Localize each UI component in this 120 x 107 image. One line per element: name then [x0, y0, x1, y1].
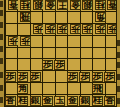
board-cell-45[interactable] — [68, 48, 79, 59]
clipped-glyph-fragment — [117, 86, 120, 92]
board-cell-66[interactable]: 歩 — [43, 59, 54, 70]
clipped-glyph-fragment — [0, 72, 3, 78]
clipped-glyph-fragment — [117, 62, 120, 68]
board-cell-98[interactable] — [6, 83, 17, 94]
board-cell-54[interactable] — [56, 36, 67, 47]
board-cell-37[interactable]: 歩 — [81, 71, 92, 82]
board-cell-56[interactable]: 歩 — [56, 59, 67, 70]
board-cell-84[interactable]: 歩 — [18, 36, 29, 47]
piece-keima-sente[interactable]: 桂 — [92, 96, 103, 106]
board-cell-61[interactable]: 金 — [43, 0, 54, 11]
piece-fu-sente[interactable]: 歩 — [67, 72, 78, 82]
piece-keima-gote[interactable]: 桂 — [95, 0, 106, 10]
clipped-glyph-fragment — [0, 85, 3, 91]
board-cell-34[interactable] — [81, 36, 92, 47]
clipped-glyph-fragment — [117, 52, 120, 58]
board-cell-22[interactable]: 角 — [93, 12, 104, 23]
board-cell-33[interactable]: 歩 — [81, 24, 92, 35]
piece-fu-gote[interactable]: 歩 — [70, 24, 81, 34]
board-cell-93[interactable] — [6, 24, 17, 35]
clipped-glyph-fragment — [0, 34, 3, 40]
board-cell-86[interactable] — [18, 59, 29, 70]
board-cell-65[interactable] — [43, 48, 54, 59]
board-cell-73[interactable]: 歩 — [31, 24, 42, 35]
board-cell-26[interactable] — [93, 59, 104, 70]
piece-fu-gote[interactable]: 歩 — [8, 36, 19, 46]
piece-fu-sente[interactable]: 歩 — [42, 60, 53, 70]
board-cell-99[interactable]: 香 — [6, 95, 17, 106]
piece-kaku-gote[interactable]: 角 — [95, 12, 106, 22]
piece-kyosha-sente[interactable]: 香 — [5, 96, 16, 106]
board-cell-39[interactable]: 銀 — [81, 95, 92, 106]
piece-fu-gote[interactable]: 歩 — [95, 24, 106, 34]
clipped-glyph-fragment — [0, 1, 3, 7]
board-cell-83[interactable] — [18, 24, 29, 35]
board-cell-81[interactable]: 桂 — [18, 0, 29, 11]
piece-fu-sente[interactable]: 歩 — [92, 72, 103, 82]
board-cell-76[interactable] — [31, 59, 42, 70]
board-cell-31[interactable]: 銀 — [81, 0, 92, 11]
shogi-board[interactable]: 香桂銀金王金銀桂香飛角歩歩歩歩歩歩歩歩歩歩歩歩歩歩歩歩歩歩角飛香桂銀金玉金銀桂香 — [5, 0, 118, 107]
piece-fu-gote[interactable]: 歩 — [20, 36, 31, 46]
piece-ou-gote[interactable]: 王 — [57, 0, 68, 10]
piece-fu-sente[interactable]: 歩 — [104, 72, 115, 82]
board-cell-38[interactable] — [81, 83, 92, 94]
board-cell-55[interactable] — [56, 48, 67, 59]
piece-fu-gote[interactable]: 歩 — [45, 24, 56, 34]
clipped-glyph-fragment — [0, 97, 3, 103]
piece-fu-sente[interactable]: 歩 — [79, 72, 90, 82]
board-cell-42[interactable] — [68, 12, 79, 23]
board-cell-51[interactable]: 王 — [56, 0, 67, 11]
piece-fu-sente[interactable]: 歩 — [54, 60, 65, 70]
board-cell-44[interactable] — [68, 36, 79, 47]
board-cell-48[interactable] — [68, 83, 79, 94]
board-cell-28[interactable]: 飛 — [93, 83, 104, 94]
board-cell-36[interactable] — [81, 59, 92, 70]
board-cell-75[interactable] — [31, 48, 42, 59]
board-cell-43[interactable]: 歩 — [68, 24, 79, 35]
board-cell-91[interactable]: 香 — [6, 0, 17, 11]
board-cell-82[interactable]: 飛 — [18, 12, 29, 23]
piece-keima-gote[interactable]: 桂 — [20, 0, 31, 10]
right-edge-clipped-content — [116, 0, 120, 107]
board-cell-52[interactable] — [56, 12, 67, 23]
board-cell-32[interactable] — [81, 12, 92, 23]
board-cell-95[interactable] — [6, 48, 17, 59]
piece-kyosha-gote[interactable]: 香 — [8, 0, 19, 10]
board-cell-53[interactable]: 歩 — [56, 24, 67, 35]
piece-kin-sente[interactable]: 金 — [67, 96, 78, 106]
board-cell-49[interactable]: 金 — [68, 95, 79, 106]
piece-fu-sente[interactable]: 歩 — [5, 72, 16, 82]
clipped-glyph-fragment — [117, 98, 120, 104]
board-cell-57[interactable] — [56, 71, 67, 82]
board-cell-27[interactable]: 歩 — [93, 71, 104, 82]
piece-fu-gote[interactable]: 歩 — [33, 24, 44, 34]
board-cell-63[interactable]: 歩 — [43, 24, 54, 35]
board-cell-77[interactable]: 歩 — [31, 71, 42, 82]
board-cell-58[interactable] — [56, 83, 67, 94]
piece-gin-sente[interactable]: 銀 — [79, 96, 90, 106]
clipped-glyph-fragment — [0, 22, 3, 28]
board-cell-89[interactable]: 桂 — [18, 95, 29, 106]
piece-kin-sente[interactable]: 金 — [42, 96, 53, 106]
piece-gin-gote[interactable]: 銀 — [33, 0, 44, 10]
piece-fu-sente[interactable]: 歩 — [30, 72, 41, 82]
board-cell-78[interactable] — [31, 83, 42, 94]
board-cell-74[interactable] — [31, 36, 42, 47]
board-cell-97[interactable]: 歩 — [6, 71, 17, 82]
board-cell-21[interactable]: 桂 — [93, 0, 104, 11]
board-cell-35[interactable] — [81, 48, 92, 59]
board-cell-59[interactable]: 玉 — [56, 95, 67, 106]
piece-kaku-sente[interactable]: 角 — [17, 84, 28, 94]
board-cell-47[interactable]: 歩 — [68, 71, 79, 82]
board-cell-85[interactable] — [18, 48, 29, 59]
board-cell-96[interactable] — [6, 59, 17, 70]
clipped-glyph-fragment — [0, 10, 3, 16]
board-cell-71[interactable]: 銀 — [31, 0, 42, 11]
board-cell-88[interactable]: 角 — [18, 83, 29, 94]
board-cell-94[interactable]: 歩 — [6, 36, 17, 47]
piece-fu-sente[interactable]: 歩 — [17, 72, 28, 82]
piece-hisha-gote[interactable]: 飛 — [20, 12, 31, 22]
board-cell-69[interactable]: 金 — [43, 95, 54, 106]
clipped-glyph-fragment — [0, 46, 3, 52]
piece-fu-gote[interactable]: 歩 — [57, 24, 68, 34]
shogi-app-screenshot: 香桂銀金王金銀桂香飛角歩歩歩歩歩歩歩歩歩歩歩歩歩歩歩歩歩歩角飛香桂銀金玉金銀桂香 — [0, 0, 120, 107]
clipped-glyph-fragment — [117, 40, 120, 46]
piece-kin-gote[interactable]: 金 — [45, 0, 56, 10]
piece-gin-sente[interactable]: 銀 — [30, 96, 41, 106]
clipped-glyph-fragment — [0, 58, 3, 64]
board-cell-62[interactable] — [43, 12, 54, 23]
piece-fu-gote[interactable]: 歩 — [82, 24, 93, 34]
board-cell-25[interactable] — [93, 48, 104, 59]
board-cell-46[interactable] — [68, 59, 79, 70]
board-cell-68[interactable] — [43, 83, 54, 94]
piece-kyosha-sente[interactable]: 香 — [104, 96, 115, 106]
piece-gyoku-sente[interactable]: 玉 — [54, 96, 65, 106]
board-cell-23[interactable]: 歩 — [93, 24, 104, 35]
piece-kin-gote[interactable]: 金 — [70, 0, 81, 10]
board-cell-72[interactable] — [31, 12, 42, 23]
clipped-glyph-fragment — [117, 74, 120, 80]
piece-gin-gote[interactable]: 銀 — [82, 0, 93, 10]
board-cell-29[interactable]: 桂 — [93, 95, 104, 106]
piece-keima-sente[interactable]: 桂 — [17, 96, 28, 106]
board-cell-79[interactable]: 銀 — [31, 95, 42, 106]
piece-hisha-sente[interactable]: 飛 — [92, 84, 103, 94]
board-cell-24[interactable] — [93, 36, 104, 47]
board-cell-67[interactable] — [43, 71, 54, 82]
board-cell-92[interactable] — [6, 12, 17, 23]
board-cell-87[interactable]: 歩 — [18, 71, 29, 82]
board-cell-41[interactable]: 金 — [68, 0, 79, 11]
board-cell-64[interactable] — [43, 36, 54, 47]
